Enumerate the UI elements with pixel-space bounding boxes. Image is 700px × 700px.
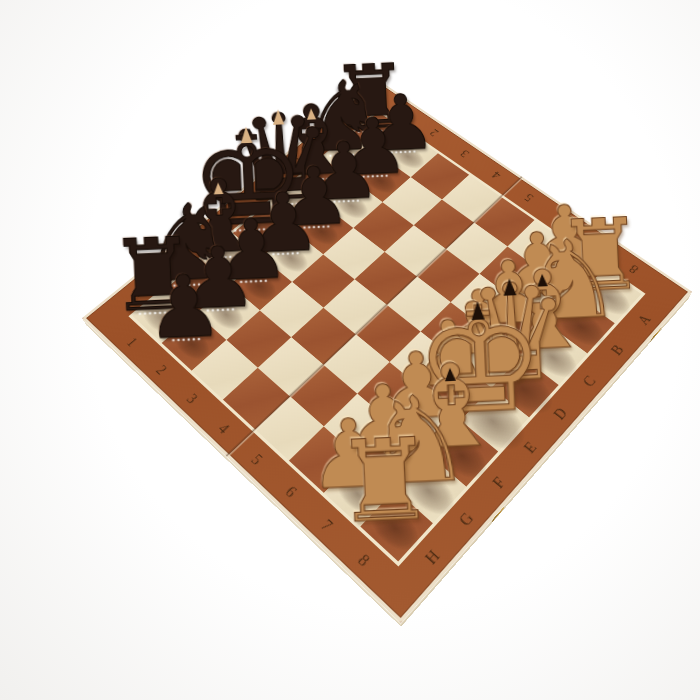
finial-tip-icon bbox=[471, 301, 485, 320]
square-g3 bbox=[226, 311, 291, 368]
board-grid: ♜♟♟♜♞♟♟♞♝♟♟♝♛♟♟♛♚♟♟♚♝♟♟♝♞♟♟♞♜♟♟♜ bbox=[133, 112, 642, 561]
finial-tip-icon bbox=[240, 127, 252, 144]
piece-glyph: ♜ bbox=[332, 423, 438, 538]
square-h2: ♟ bbox=[162, 313, 227, 370]
scene: ♜♟♟♜♞♟♟♞♝♟♟♝♛♟♟♛♚♟♟♚♝♟♟♝♞♟♟♞♜♟♟♜ 1234567… bbox=[0, 0, 700, 700]
playing-field: ♜♟♟♜♞♟♟♞♝♟♟♝♛♟♟♛♚♟♟♚♝♟♟♝♞♟♟♞♜♟♟♜ bbox=[128, 109, 645, 566]
chess-board: ♜♟♟♜♞♟♟♞♝♟♟♝♛♟♟♛♚♟♟♚♝♟♟♝♞♟♟♞♜♟♟♜ 1234567… bbox=[82, 79, 692, 623]
